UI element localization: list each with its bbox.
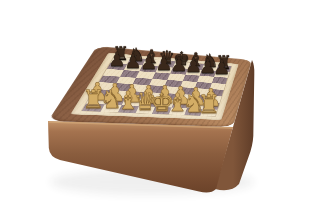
- square-h1: [200, 109, 217, 117]
- chess-set-photo-stage: ♜♞♝♛♚♝♞♜♟♟♟♟♟♟♟♟♟♟♟♟♟♟♟♟♜♞♝♛♚♝♞♜: [0, 0, 309, 206]
